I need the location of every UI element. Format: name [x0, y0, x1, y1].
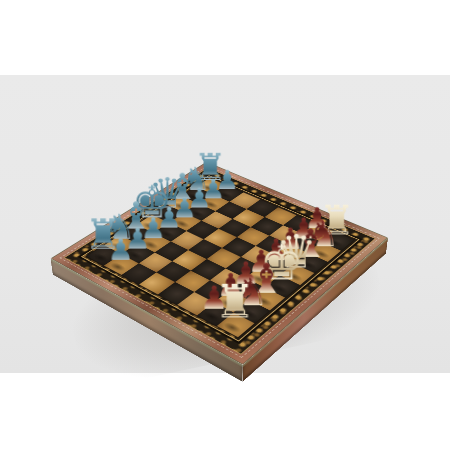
- chessboard-scene: ♜♟♟♜♞♟♟♞♝♟♟♝♛♟♟♛♚♟♟♚♝♟♟♝♞♟♟♞♜♟♟♜: [102, 128, 342, 368]
- chessboard-box: ♜♟♟♜♞♟♟♞♝♟♟♝♛♟♟♛♚♟♟♚♝♟♟♝♞♟♟♞♜♟♟♜: [50, 162, 388, 365]
- product-photo-stage: ♜♟♟♜♞♟♟♞♝♟♟♝♛♟♟♛♚♟♟♚♝♟♟♝♞♟♟♞♜♟♟♜: [0, 0, 450, 450]
